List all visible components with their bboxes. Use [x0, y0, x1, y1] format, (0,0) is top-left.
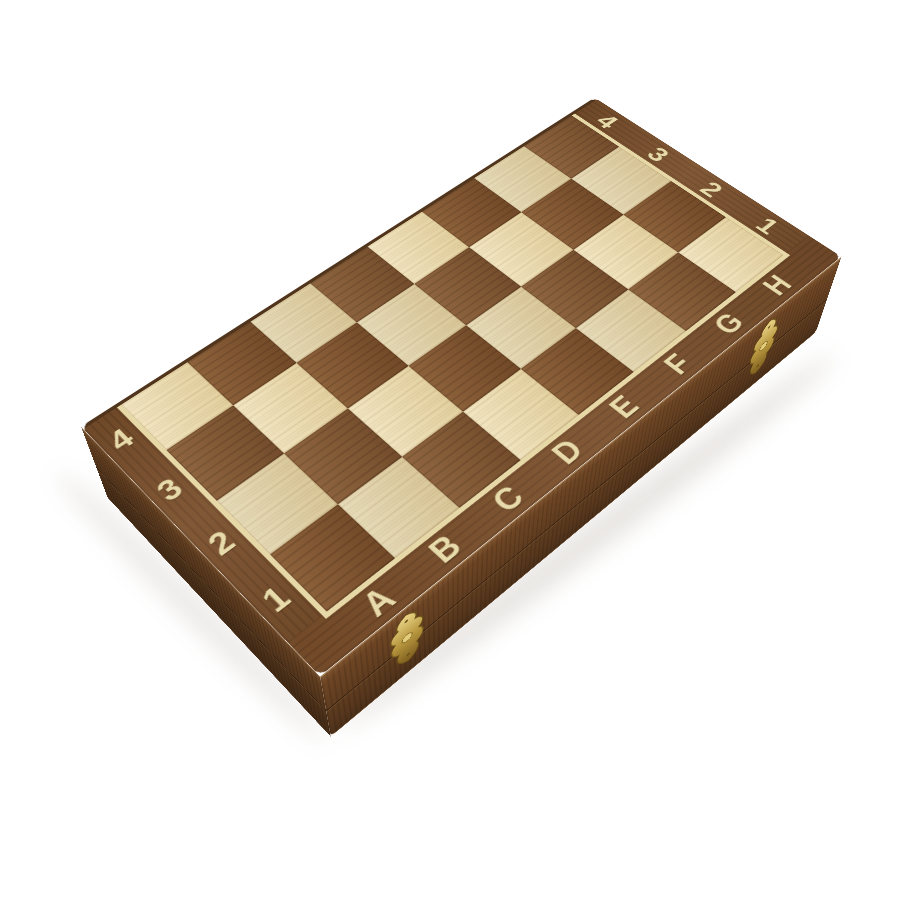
- perspective-wrapper: 43214321ABCDEFGH: [0, 0, 900, 900]
- product-photo-scene: 43214321ABCDEFGH: [0, 0, 900, 900]
- folded-chessboard-box: 43214321ABCDEFGH: [81, 98, 841, 677]
